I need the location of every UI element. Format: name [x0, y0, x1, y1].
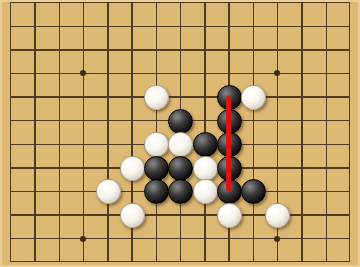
black-stone [144, 156, 169, 181]
white-stone [96, 179, 121, 204]
white-stone [144, 85, 169, 110]
white-stone [217, 203, 242, 228]
white-stone [241, 85, 266, 110]
black-stone [168, 156, 193, 181]
white-stone [193, 156, 218, 181]
star-point [80, 236, 86, 242]
win-line [226, 96, 231, 190]
white-stone [120, 156, 145, 181]
white-stone [193, 179, 218, 204]
gomoku-board[interactable] [0, 0, 360, 267]
white-stone [120, 203, 145, 228]
black-stone [193, 132, 218, 157]
black-stone [168, 109, 193, 134]
